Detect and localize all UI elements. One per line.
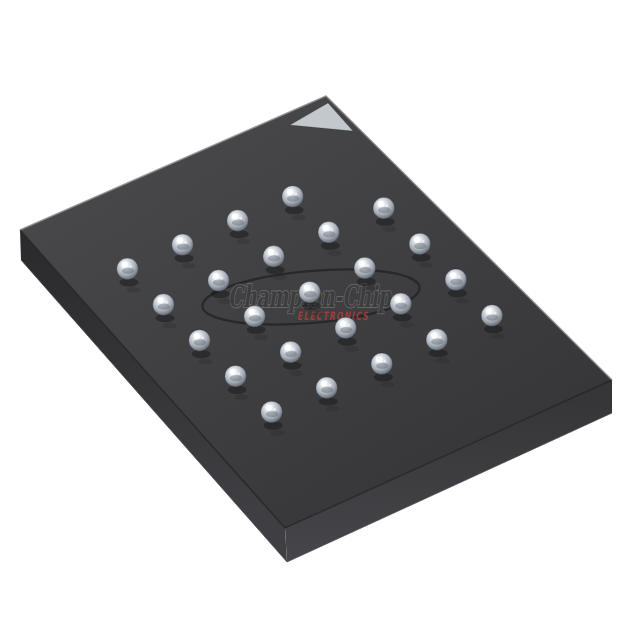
ball-specular-highlight bbox=[232, 213, 238, 219]
ball-glint bbox=[331, 228, 334, 231]
ball-texture-streak bbox=[340, 327, 352, 333]
ball-glint bbox=[386, 204, 389, 207]
ball-specular-highlight bbox=[158, 297, 164, 303]
ball-specular-highlight bbox=[304, 285, 310, 291]
ball-reflection bbox=[271, 430, 285, 436]
ball-glint bbox=[256, 312, 259, 315]
ball-reflection bbox=[455, 298, 469, 304]
ball-reflection bbox=[163, 323, 177, 329]
ball-reflection bbox=[235, 394, 249, 400]
ball-specular-highlight bbox=[213, 273, 219, 279]
ball-glint bbox=[403, 300, 406, 303]
ball-texture-streak bbox=[266, 411, 278, 417]
ball-glint bbox=[384, 360, 387, 363]
ball-reflection bbox=[218, 299, 232, 305]
ball-glint bbox=[329, 384, 332, 387]
ball-texture-streak bbox=[268, 255, 280, 261]
ball-specular-highlight bbox=[249, 309, 255, 315]
ball-reflection bbox=[419, 262, 433, 268]
ball-texture-streak bbox=[486, 314, 498, 320]
ball-glint bbox=[458, 276, 461, 279]
ball-specular-highlight bbox=[431, 332, 437, 338]
ball-reflection bbox=[273, 275, 287, 281]
ball-glint bbox=[292, 348, 295, 351]
ball-texture-streak bbox=[249, 315, 261, 321]
ball-glint bbox=[184, 241, 187, 244]
ball-texture-streak bbox=[213, 279, 225, 285]
ball-texture-streak bbox=[177, 244, 189, 250]
watermark-electronics-text: ELECTRONICS bbox=[297, 309, 369, 323]
ball-texture-streak bbox=[376, 363, 388, 369]
ball-reflection bbox=[237, 239, 251, 245]
ball-texture-streak bbox=[287, 195, 299, 201]
ball-specular-highlight bbox=[121, 261, 127, 267]
ball-texture-streak bbox=[321, 387, 333, 393]
ball-reflection bbox=[328, 250, 342, 256]
ball-glint bbox=[129, 265, 132, 268]
ball-glint bbox=[220, 277, 223, 280]
ball-texture-streak bbox=[230, 375, 242, 381]
ball-glint bbox=[295, 193, 298, 196]
ball-reflection bbox=[436, 358, 450, 364]
ball-specular-highlight bbox=[285, 345, 291, 351]
ball-texture-streak bbox=[122, 268, 134, 274]
ball-specular-highlight bbox=[486, 308, 492, 314]
ball-specular-highlight bbox=[287, 189, 293, 195]
ball-glint bbox=[367, 264, 370, 267]
ball-reflection bbox=[345, 346, 359, 352]
ball-specular-highlight bbox=[378, 201, 384, 207]
ball-texture-streak bbox=[414, 243, 426, 249]
ball-reflection bbox=[292, 215, 306, 221]
ball-specular-highlight bbox=[266, 405, 272, 411]
ball-specular-highlight bbox=[230, 369, 236, 375]
ball-glint bbox=[165, 301, 168, 304]
ball-specular-highlight bbox=[395, 296, 401, 302]
ball-reflection bbox=[290, 370, 304, 376]
ball-glint bbox=[201, 337, 204, 340]
ball-glint bbox=[239, 217, 242, 220]
ball-glint bbox=[494, 312, 497, 315]
ball-glint bbox=[273, 408, 276, 411]
ball-specular-highlight bbox=[194, 333, 200, 339]
ball-texture-streak bbox=[158, 304, 170, 310]
ball-reflection bbox=[199, 359, 213, 365]
ball-glint bbox=[312, 288, 315, 291]
ball-reflection bbox=[383, 226, 397, 232]
ball-reflection bbox=[381, 382, 395, 388]
ball-specular-highlight bbox=[177, 237, 183, 243]
ball-texture-streak bbox=[285, 351, 297, 357]
ball-reflection bbox=[254, 335, 268, 341]
ball-reflection bbox=[400, 322, 414, 328]
ball-texture-streak bbox=[378, 207, 390, 213]
ball-texture-streak bbox=[450, 279, 462, 285]
ball-glint bbox=[348, 324, 351, 327]
ball-texture-streak bbox=[232, 220, 244, 226]
ball-texture-streak bbox=[304, 291, 316, 297]
ball-texture-streak bbox=[431, 339, 443, 345]
ball-specular-highlight bbox=[414, 236, 420, 242]
ball-glint bbox=[237, 372, 240, 375]
ball-specular-highlight bbox=[323, 225, 329, 231]
product-photo: Champion-Chip ELECTRONICS bbox=[0, 0, 640, 640]
ball-reflection bbox=[309, 310, 323, 316]
ball-reflection bbox=[326, 406, 340, 412]
bga-chip-photo: Champion-Chip ELECTRONICS bbox=[0, 0, 640, 640]
ball-glint bbox=[439, 336, 442, 339]
ball-specular-highlight bbox=[359, 261, 365, 267]
ball-texture-streak bbox=[395, 303, 407, 309]
ball-specular-highlight bbox=[376, 356, 382, 362]
ball-specular-highlight bbox=[340, 320, 346, 326]
ball-glint bbox=[422, 240, 425, 243]
ball-glint bbox=[275, 253, 278, 256]
ball-specular-highlight bbox=[268, 249, 274, 255]
ball-reflection bbox=[126, 287, 140, 293]
chip-package bbox=[20, 96, 612, 562]
ball-reflection bbox=[364, 286, 378, 292]
ball-reflection bbox=[182, 263, 196, 269]
ball-texture-streak bbox=[323, 231, 335, 237]
ball-texture-streak bbox=[194, 339, 206, 345]
ball-specular-highlight bbox=[321, 380, 327, 386]
ball-specular-highlight bbox=[450, 272, 456, 278]
ball-reflection bbox=[491, 334, 505, 340]
ball-texture-streak bbox=[359, 267, 371, 273]
